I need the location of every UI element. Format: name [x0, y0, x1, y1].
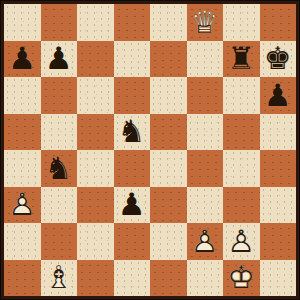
square-c3[interactable]	[77, 187, 114, 224]
square-e8[interactable]	[150, 4, 187, 41]
square-h5[interactable]	[260, 114, 297, 151]
piece-outline: ♔	[223, 260, 260, 297]
piece-fill: ♟	[4, 41, 41, 78]
square-b7[interactable]: ♟	[41, 41, 78, 78]
square-e1[interactable]	[150, 260, 187, 297]
square-e5[interactable]	[150, 114, 187, 151]
square-f3[interactable]	[187, 187, 224, 224]
black-pawn-icon[interactable]: ♟	[260, 77, 297, 114]
square-g6[interactable]	[223, 77, 260, 114]
square-h4[interactable]	[260, 150, 297, 187]
piece-outline: ♙	[187, 223, 224, 260]
square-f6[interactable]	[187, 77, 224, 114]
square-a7[interactable]: ♟	[4, 41, 41, 78]
chess-diagram: ♛♕♟♟♜♚♟♞♞♟♙♟♟♙♟♙♝♗♚♔	[0, 0, 300, 300]
square-b2[interactable]	[41, 223, 78, 260]
square-g8[interactable]	[223, 4, 260, 41]
piece-outline: ♕	[187, 4, 224, 41]
square-f8[interactable]: ♛♕	[187, 4, 224, 41]
square-d4[interactable]	[114, 150, 151, 187]
square-g5[interactable]	[223, 114, 260, 151]
square-g7[interactable]: ♜	[223, 41, 260, 78]
square-h7[interactable]: ♚	[260, 41, 297, 78]
square-b3[interactable]	[41, 187, 78, 224]
square-c2[interactable]	[77, 223, 114, 260]
square-d2[interactable]	[114, 223, 151, 260]
square-f4[interactable]	[187, 150, 224, 187]
square-a5[interactable]	[4, 114, 41, 151]
square-h2[interactable]	[260, 223, 297, 260]
piece-fill: ♜	[223, 41, 260, 78]
square-e2[interactable]	[150, 223, 187, 260]
square-d3[interactable]: ♟	[114, 187, 151, 224]
square-d7[interactable]	[114, 41, 151, 78]
square-b8[interactable]	[41, 4, 78, 41]
square-e3[interactable]	[150, 187, 187, 224]
square-g1[interactable]: ♚♔	[223, 260, 260, 297]
chess-board: ♛♕♟♟♜♚♟♞♞♟♙♟♟♙♟♙♝♗♚♔	[0, 0, 300, 300]
white-pawn-icon[interactable]: ♟♙	[223, 223, 260, 260]
square-f5[interactable]	[187, 114, 224, 151]
square-h3[interactable]	[260, 187, 297, 224]
piece-fill: ♞	[41, 150, 78, 187]
square-b5[interactable]	[41, 114, 78, 151]
square-f1[interactable]	[187, 260, 224, 297]
piece-fill: ♞	[114, 114, 151, 151]
square-e6[interactable]	[150, 77, 187, 114]
square-b6[interactable]	[41, 77, 78, 114]
square-a2[interactable]	[4, 223, 41, 260]
square-d8[interactable]	[114, 4, 151, 41]
white-pawn-icon[interactable]: ♟♙	[187, 223, 224, 260]
black-king-icon[interactable]: ♚	[260, 41, 297, 78]
square-h6[interactable]: ♟	[260, 77, 297, 114]
square-c5[interactable]	[77, 114, 114, 151]
square-e7[interactable]	[150, 41, 187, 78]
square-d5[interactable]: ♞	[114, 114, 151, 151]
square-c8[interactable]	[77, 4, 114, 41]
square-a4[interactable]	[4, 150, 41, 187]
square-a6[interactable]	[4, 77, 41, 114]
black-knight-icon[interactable]: ♞	[41, 150, 78, 187]
square-d6[interactable]	[114, 77, 151, 114]
square-c4[interactable]	[77, 150, 114, 187]
square-b1[interactable]: ♝♗	[41, 260, 78, 297]
white-queen-icon[interactable]: ♛♕	[187, 4, 224, 41]
square-g3[interactable]	[223, 187, 260, 224]
black-pawn-icon[interactable]: ♟	[4, 41, 41, 78]
square-c1[interactable]	[77, 260, 114, 297]
piece-outline: ♙	[4, 187, 41, 224]
square-e4[interactable]	[150, 150, 187, 187]
square-b4[interactable]: ♞	[41, 150, 78, 187]
black-knight-icon[interactable]: ♞	[114, 114, 151, 151]
square-c7[interactable]	[77, 41, 114, 78]
square-g4[interactable]	[223, 150, 260, 187]
piece-outline: ♙	[223, 223, 260, 260]
square-h1[interactable]	[260, 260, 297, 297]
black-rook-icon[interactable]: ♜	[223, 41, 260, 78]
square-a1[interactable]	[4, 260, 41, 297]
white-king-icon[interactable]: ♚♔	[223, 260, 260, 297]
square-f7[interactable]	[187, 41, 224, 78]
square-f2[interactable]: ♟♙	[187, 223, 224, 260]
piece-fill: ♚	[260, 41, 297, 78]
square-g2[interactable]: ♟♙	[223, 223, 260, 260]
square-h8[interactable]	[260, 4, 297, 41]
black-pawn-icon[interactable]: ♟	[41, 41, 78, 78]
square-a8[interactable]	[4, 4, 41, 41]
black-pawn-icon[interactable]: ♟	[114, 187, 151, 224]
piece-fill: ♟	[260, 77, 297, 114]
square-d1[interactable]	[114, 260, 151, 297]
white-pawn-icon[interactable]: ♟♙	[4, 187, 41, 224]
white-bishop-icon[interactable]: ♝♗	[41, 260, 78, 297]
piece-outline: ♗	[41, 260, 78, 297]
piece-fill: ♟	[41, 41, 78, 78]
square-c6[interactable]	[77, 77, 114, 114]
square-a3[interactable]: ♟♙	[4, 187, 41, 224]
piece-fill: ♟	[114, 187, 151, 224]
